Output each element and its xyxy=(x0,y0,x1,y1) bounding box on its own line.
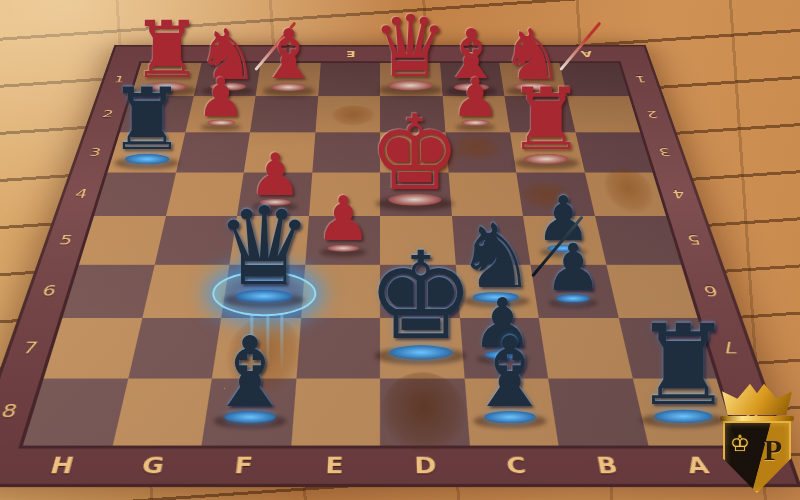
piece-black-bishop-c8[interactable]: ♝ xyxy=(461,326,558,421)
piece-black-rook-h3[interactable]: ♜ xyxy=(104,78,190,162)
piece-glyph: ♟ xyxy=(194,72,247,124)
piece-glyph: ♜ xyxy=(627,312,738,420)
square-f2[interactable] xyxy=(250,96,318,132)
piece-black-pawn-b6[interactable]: ♟ xyxy=(541,237,606,301)
watermark-letter: P xyxy=(764,433,782,467)
file-label-bottom-f: F xyxy=(195,446,291,488)
file-label-bottom-b: B xyxy=(559,446,658,488)
piece-black-bishop-f8[interactable]: ♝ xyxy=(202,326,299,421)
piece-glyph: ♜ xyxy=(504,78,590,161)
file-label-bottom-e: E xyxy=(287,446,380,488)
piece-glyph: ♝ xyxy=(202,326,299,420)
file-labels-bottom: HGFEDCBA xyxy=(10,446,750,488)
piece-white-pawn-g2[interactable]: ♟ xyxy=(194,72,247,124)
file-label-bottom-g: G xyxy=(102,446,201,488)
game-scene: HGFEDCBA HGFEDCBA 12345678 12345678 ♜♞♝♛… xyxy=(0,0,800,500)
square-g8[interactable] xyxy=(112,378,212,445)
piece-glyph: ♜ xyxy=(104,78,190,161)
file-label-bottom-h: H xyxy=(10,446,112,488)
piece-glyph: ♚ xyxy=(363,102,466,202)
piece-white-king-d4[interactable]: ♚ xyxy=(363,102,466,203)
piece-glyph: ♟ xyxy=(541,237,606,300)
square-e8[interactable] xyxy=(291,378,380,445)
piece-black-rook-a8[interactable]: ♜ xyxy=(627,312,738,421)
square-h5[interactable] xyxy=(79,216,165,264)
piece-white-bishop-f1[interactable]: ♝ xyxy=(255,22,323,89)
square-h4[interactable] xyxy=(94,172,176,216)
file-label-bottom-c: C xyxy=(469,446,565,488)
chess-piece-icon: ♔ xyxy=(730,431,750,456)
piece-black-queen-f6[interactable]: ♛ xyxy=(210,195,318,301)
piece-glyph: ♝ xyxy=(255,22,323,88)
square-d8[interactable] xyxy=(380,378,469,445)
piece-glyph: ♝ xyxy=(461,326,558,420)
shield-emblem: ♔ P xyxy=(723,421,791,493)
file-label-bottom-d: D xyxy=(380,446,473,488)
piece-glyph: ♛ xyxy=(210,195,318,300)
piece-white-rook-b3[interactable]: ♜ xyxy=(504,78,590,162)
